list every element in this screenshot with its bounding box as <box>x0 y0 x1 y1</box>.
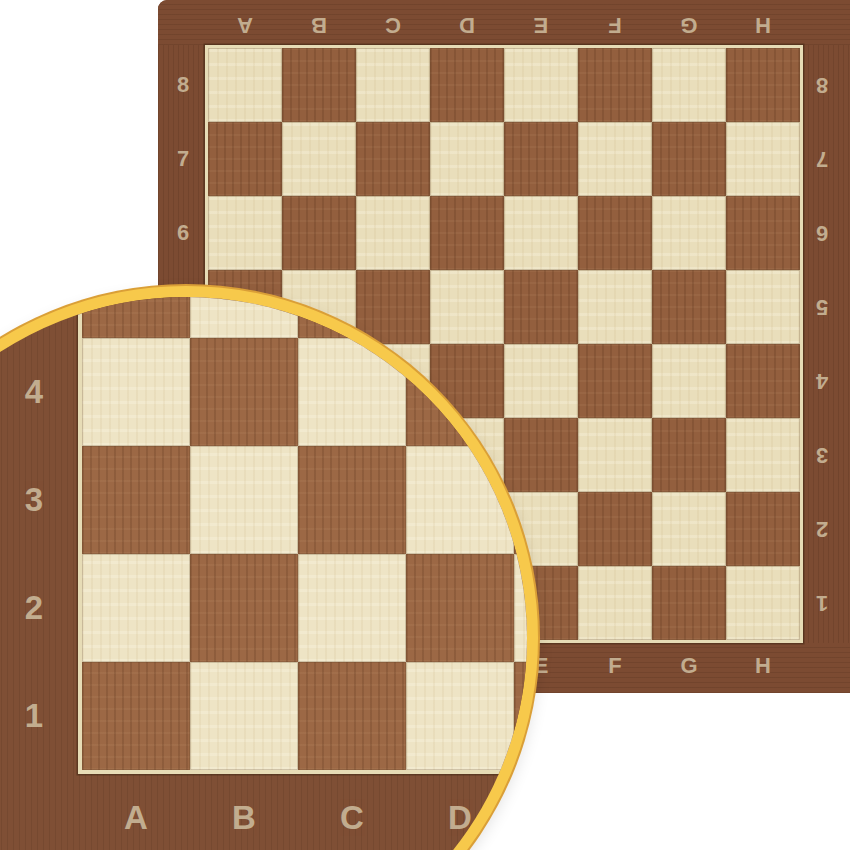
inset-square-e1 <box>514 662 538 770</box>
square-d6 <box>430 196 504 270</box>
square-g7 <box>652 122 726 196</box>
inset-square-d1 <box>406 662 514 770</box>
square-b7 <box>282 122 356 196</box>
rank-label-right-3: 3 <box>816 442 828 468</box>
square-g4 <box>652 344 726 418</box>
inset-square-b3 <box>190 446 298 554</box>
square-e7 <box>504 122 578 196</box>
inset-file-label-c: C <box>340 799 364 837</box>
rank-label-right-6: 6 <box>816 220 828 246</box>
square-d8 <box>430 48 504 122</box>
rank-label-right-2: 2 <box>816 516 828 542</box>
inset-square-b4 <box>190 338 298 446</box>
rank-label-left-7: 7 <box>177 146 189 172</box>
square-h3 <box>726 418 800 492</box>
square-f8 <box>578 48 652 122</box>
inset-square-c3 <box>298 446 406 554</box>
file-label-bottom-g: G <box>680 653 697 679</box>
square-a8 <box>208 48 282 122</box>
rank-label-left-6: 6 <box>177 220 189 246</box>
inset-square-d2 <box>406 554 514 662</box>
frame-top-strip <box>158 0 850 45</box>
square-f2 <box>578 492 652 566</box>
square-h8 <box>726 48 800 122</box>
inset-square-a1 <box>82 662 190 770</box>
file-label-top-d: D <box>459 12 475 38</box>
file-label-top-h: H <box>755 12 771 38</box>
file-label-top-e: E <box>534 12 549 38</box>
square-h6 <box>726 196 800 270</box>
square-c8 <box>356 48 430 122</box>
file-label-top-g: G <box>680 12 697 38</box>
square-f1 <box>578 566 652 640</box>
square-e8 <box>504 48 578 122</box>
square-b8 <box>282 48 356 122</box>
inset-square-c4 <box>298 338 406 446</box>
inset-square-a5 <box>82 286 190 338</box>
square-a7 <box>208 122 282 196</box>
inset-square-c2 <box>298 554 406 662</box>
rank-label-right-1: 1 <box>816 590 828 616</box>
file-label-bottom-h: H <box>755 653 771 679</box>
inset-square-c1 <box>298 662 406 770</box>
inset-rank-label-3: 3 <box>25 481 43 519</box>
file-label-top-f: F <box>608 12 621 38</box>
square-e3 <box>504 418 578 492</box>
square-h5 <box>726 270 800 344</box>
square-f3 <box>578 418 652 492</box>
inset-rank-label-4: 4 <box>25 373 43 411</box>
square-g2 <box>652 492 726 566</box>
file-label-top-a: A <box>237 12 253 38</box>
file-label-top-b: B <box>311 12 327 38</box>
square-h2 <box>726 492 800 566</box>
inset-file-label-d: D <box>448 799 472 837</box>
square-b6 <box>282 196 356 270</box>
square-g6 <box>652 196 726 270</box>
inset-square-a3 <box>82 446 190 554</box>
square-e6 <box>504 196 578 270</box>
product-photo: AABBCCDDEEFFGGHH8877665544332211 1234ABC… <box>0 0 850 850</box>
square-h4 <box>726 344 800 418</box>
inset-rank-label-1: 1 <box>25 697 43 735</box>
square-g5 <box>652 270 726 344</box>
inset-square-a2 <box>82 554 190 662</box>
square-c5 <box>356 270 430 344</box>
square-d7 <box>430 122 504 196</box>
rank-label-right-7: 7 <box>816 146 828 172</box>
square-h7 <box>726 122 800 196</box>
square-f6 <box>578 196 652 270</box>
square-f7 <box>578 122 652 196</box>
square-a6 <box>208 196 282 270</box>
square-c7 <box>356 122 430 196</box>
inset-file-label-b: B <box>232 799 256 837</box>
inset-rank-label-2: 2 <box>25 589 43 627</box>
square-g1 <box>652 566 726 640</box>
square-g8 <box>652 48 726 122</box>
square-d5 <box>430 270 504 344</box>
square-f5 <box>578 270 652 344</box>
square-e4 <box>504 344 578 418</box>
square-e5 <box>504 270 578 344</box>
file-label-top-c: C <box>385 12 401 38</box>
file-label-bottom-f: F <box>608 653 621 679</box>
square-f4 <box>578 344 652 418</box>
rank-label-left-8: 8 <box>177 72 189 98</box>
inset-square-b2 <box>190 554 298 662</box>
rank-label-right-8: 8 <box>816 72 828 98</box>
square-g3 <box>652 418 726 492</box>
square-c6 <box>356 196 430 270</box>
rank-label-right-4: 4 <box>816 368 828 394</box>
rank-label-right-5: 5 <box>816 294 828 320</box>
inset-square-b1 <box>190 662 298 770</box>
inset-file-label-a: A <box>124 799 148 837</box>
square-h1 <box>726 566 800 640</box>
inset-square-a4 <box>82 338 190 446</box>
